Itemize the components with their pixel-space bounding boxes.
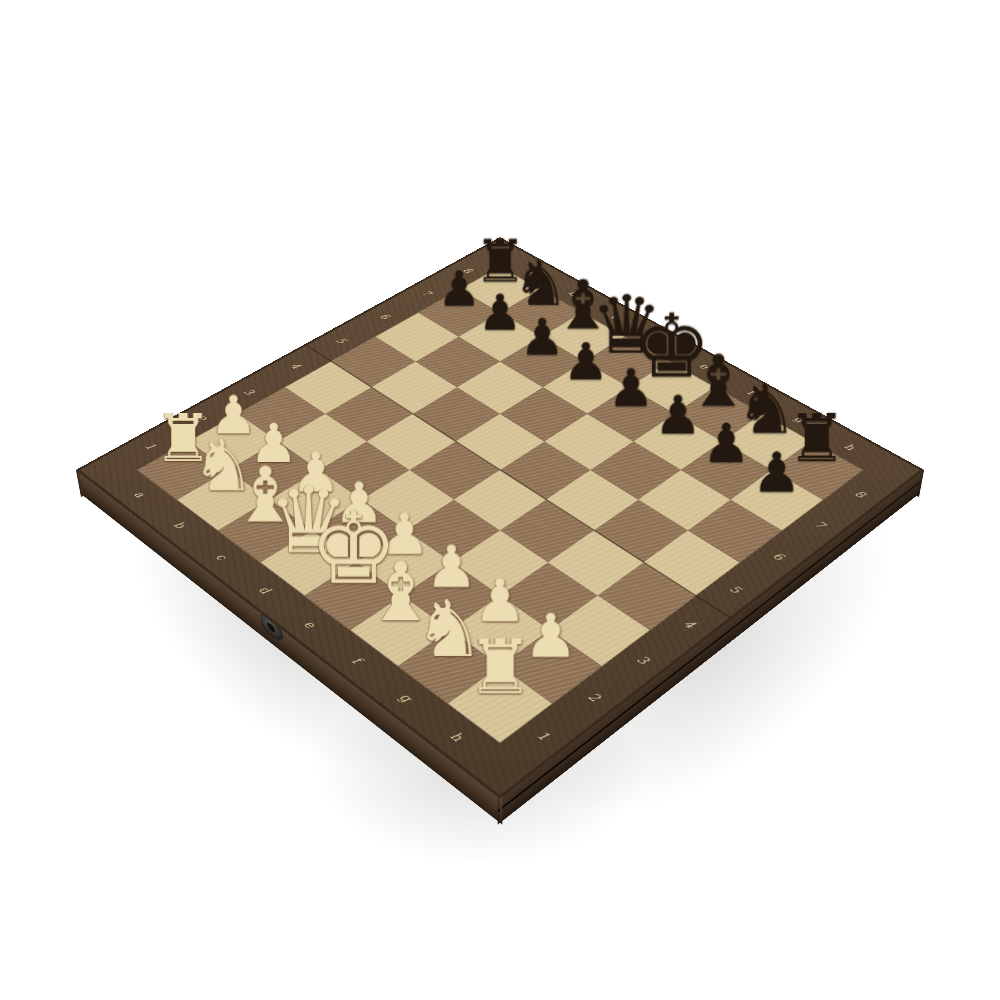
square-c4[interactable] xyxy=(367,414,456,470)
board-grid: ♜♞♝♛♚♝♞♜♟♟♟♟♟♟♟♟♟♟♟♟♟♟♟♟♜♞♝♛♚♝♞♜ xyxy=(137,266,864,743)
white-rook[interactable]: ♜ xyxy=(448,632,551,703)
black-pawn[interactable]: ♟ xyxy=(731,447,823,500)
chess-board: abcdefgh abcdefgh 87654321 87654321 ♜♞♝♛… xyxy=(76,237,925,799)
product-photo-scene: abcdefgh abcdefgh 87654321 87654321 ♜♞♝♛… xyxy=(0,0,1000,1000)
